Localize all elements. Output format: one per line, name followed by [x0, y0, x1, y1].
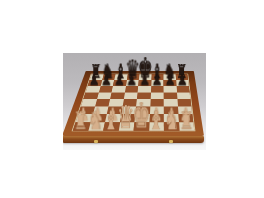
black-pawn-a7: ♟: [89, 74, 99, 86]
square-d7: ♟: [126, 80, 139, 86]
black-pawn-f7: ♟: [152, 74, 162, 86]
brass-hinge-left-icon: [94, 140, 98, 143]
square-g5: [164, 92, 177, 99]
square-h5: [177, 92, 191, 99]
square-c7: ♟: [113, 80, 127, 86]
white-rook-h1: ♜: [180, 111, 194, 131]
square-d1: ♛: [118, 122, 134, 131]
chess-set-photo: ♜♞♝♛♚♝♞♜♟♟♟♟♟♟♟♟♟♟♟♟♟♟♟♟♜♞♝♛♚♝♞♜: [63, 53, 206, 150]
white-knight-b1: ♞: [88, 110, 104, 130]
white-rook-a1: ♜: [73, 111, 87, 131]
square-h7: ♟: [176, 80, 189, 86]
white-king-e1: ♚: [132, 102, 150, 130]
black-pawn-h7: ♟: [177, 74, 187, 86]
white-knight-g1: ♞: [164, 110, 180, 130]
board-frame: ♜♞♝♛♚♝♞♜♟♟♟♟♟♟♟♟♟♟♟♟♟♟♟♟♜♞♝♛♚♝♞♜: [63, 71, 204, 136]
white-queen-d1: ♛: [117, 105, 134, 131]
square-h1: ♜: [179, 122, 195, 131]
square-g1: ♞: [164, 122, 179, 131]
black-pawn-d7: ♟: [127, 74, 137, 86]
black-pawn-c7: ♟: [114, 74, 124, 86]
black-pawn-e7: ♟: [139, 74, 149, 86]
square-b1: ♞: [88, 122, 105, 131]
board-grid: ♜♞♝♛♚♝♞♜♟♟♟♟♟♟♟♟♟♟♟♟♟♟♟♟♜♞♝♛♚♝♞♜: [73, 74, 195, 131]
square-e7: ♟: [138, 80, 151, 86]
white-bishop-f1: ♝: [149, 110, 163, 130]
black-pawn-g7: ♟: [165, 74, 175, 86]
square-f5: [150, 92, 163, 99]
board-front-edge: [63, 136, 204, 143]
square-e1: ♚: [134, 122, 150, 131]
chess-board: ♜♞♝♛♚♝♞♜♟♟♟♟♟♟♟♟♟♟♟♟♟♟♟♟♜♞♝♛♚♝♞♜: [63, 71, 204, 136]
square-f1: ♝: [149, 122, 164, 131]
white-bishop-c1: ♝: [104, 110, 118, 130]
brass-hinge-right-icon: [169, 140, 173, 143]
square-f7: ♟: [151, 80, 164, 86]
black-pawn-b7: ♟: [101, 74, 111, 86]
screenshot-canvas: ♜♞♝♛♚♝♞♜♟♟♟♟♟♟♟♟♟♟♟♟♟♟♟♟♜♞♝♛♚♝♞♜: [0, 0, 264, 198]
square-g7: ♟: [163, 80, 176, 86]
